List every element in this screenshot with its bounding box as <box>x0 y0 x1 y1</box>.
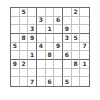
sudoku-cell-r7c1[interactable]: 9 <box>11 60 20 69</box>
sudoku-cell-r5c4[interactable]: 4 <box>37 43 46 52</box>
sudoku-cell-r4c9[interactable] <box>80 34 89 43</box>
sudoku-board: 5236319893554971869281765 <box>10 7 90 87</box>
sudoku-cell-r2c9[interactable] <box>80 17 89 26</box>
sudoku-cell-r9c1[interactable] <box>11 77 20 86</box>
sudoku-cell-r9c2[interactable] <box>20 77 29 86</box>
sudoku-cell-r6c5[interactable]: 8 <box>46 51 55 60</box>
sudoku-cell-r9c9[interactable] <box>80 77 89 86</box>
sudoku-cell-r8c5[interactable] <box>46 69 55 78</box>
sudoku-cell-r9c3[interactable]: 7 <box>28 77 37 86</box>
sudoku-cell-r9c5[interactable]: 6 <box>46 77 55 86</box>
sudoku-cell-r4c6[interactable] <box>54 34 63 43</box>
sudoku-cell-r2c4[interactable]: 3 <box>37 17 46 26</box>
sudoku-cell-r7c7[interactable] <box>63 60 72 69</box>
sudoku-cell-r9c7[interactable]: 5 <box>63 77 72 86</box>
sudoku-cell-r5c7[interactable] <box>63 43 72 52</box>
sudoku-cell-r9c8[interactable] <box>72 77 81 86</box>
sudoku-cell-r4c3[interactable]: 9 <box>28 34 37 43</box>
sudoku-cell-r1c2[interactable]: 5 <box>20 8 29 17</box>
sudoku-cell-r5c2[interactable] <box>20 43 29 52</box>
sudoku-cell-r8c6[interactable] <box>54 69 63 78</box>
sudoku-cell-r3c8[interactable] <box>72 25 81 34</box>
sudoku-cell-r7c9[interactable]: 1 <box>80 60 89 69</box>
sudoku-cell-r3c3[interactable]: 3 <box>28 25 37 34</box>
sudoku-cell-r8c7[interactable] <box>63 69 72 78</box>
sudoku-cell-r3c7[interactable]: 9 <box>63 25 72 34</box>
sudoku-cell-r2c7[interactable] <box>63 17 72 26</box>
sudoku-cell-r3c9[interactable] <box>80 25 89 34</box>
sudoku-cell-r2c3[interactable] <box>28 17 37 26</box>
sudoku-cell-r5c8[interactable] <box>72 43 81 52</box>
sudoku-cell-r6c6[interactable] <box>54 51 63 60</box>
sudoku-cell-r1c9[interactable] <box>80 8 89 17</box>
sudoku-cell-r6c8[interactable] <box>72 51 81 60</box>
sudoku-cell-r6c9[interactable] <box>80 51 89 60</box>
sudoku-cell-r2c6[interactable]: 6 <box>54 17 63 26</box>
sudoku-cell-r8c8[interactable] <box>72 69 81 78</box>
sudoku-cell-r2c5[interactable] <box>46 17 55 26</box>
sudoku-cell-r8c9[interactable] <box>80 69 89 78</box>
sudoku-cell-r3c2[interactable] <box>20 25 29 34</box>
sudoku-cell-r3c4[interactable] <box>37 25 46 34</box>
sudoku-cell-r6c3[interactable]: 1 <box>28 51 37 60</box>
sudoku-cell-r1c6[interactable] <box>54 8 63 17</box>
sudoku-cell-r7c8[interactable]: 8 <box>72 60 81 69</box>
sudoku-cell-r1c7[interactable] <box>63 8 72 17</box>
sudoku-cell-r5c9[interactable]: 7 <box>80 43 89 52</box>
sudoku-cell-r4c7[interactable]: 3 <box>63 34 72 43</box>
sudoku-cell-r7c5[interactable] <box>46 60 55 69</box>
sudoku-cell-r5c5[interactable] <box>46 43 55 52</box>
sudoku-cell-r5c6[interactable]: 9 <box>54 43 63 52</box>
sudoku-cell-r6c4[interactable] <box>37 51 46 60</box>
sudoku-cell-r3c1[interactable] <box>11 25 20 34</box>
sudoku-cell-r4c2[interactable]: 8 <box>20 34 29 43</box>
sudoku-cell-r9c4[interactable] <box>37 77 46 86</box>
sudoku-cell-r8c1[interactable] <box>11 69 20 78</box>
sudoku-cell-r1c3[interactable] <box>28 8 37 17</box>
sudoku-cell-r5c3[interactable] <box>28 43 37 52</box>
sudoku-cell-r4c4[interactable] <box>37 34 46 43</box>
sudoku-cell-r2c1[interactable] <box>11 17 20 26</box>
sudoku-cell-r3c5[interactable]: 1 <box>46 25 55 34</box>
sudoku-cell-r3c6[interactable] <box>54 25 63 34</box>
sudoku-cell-r8c4[interactable] <box>37 69 46 78</box>
sudoku-cell-r7c6[interactable] <box>54 60 63 69</box>
sudoku-cell-r6c2[interactable] <box>20 51 29 60</box>
sudoku-cell-r2c8[interactable] <box>72 17 81 26</box>
sudoku-cell-r8c2[interactable] <box>20 69 29 78</box>
sudoku-cell-r1c4[interactable] <box>37 8 46 17</box>
sudoku-cell-r5c1[interactable]: 5 <box>11 43 20 52</box>
sudoku-cell-r6c7[interactable]: 6 <box>63 51 72 60</box>
sudoku-cell-r1c1[interactable] <box>11 8 20 17</box>
sudoku-cell-r7c4[interactable] <box>37 60 46 69</box>
sudoku-cell-r4c5[interactable] <box>46 34 55 43</box>
sudoku-cell-r1c5[interactable] <box>46 8 55 17</box>
sudoku-cell-r7c2[interactable]: 2 <box>20 60 29 69</box>
sudoku-cell-r6c1[interactable] <box>11 51 20 60</box>
sudoku-cell-r1c8[interactable]: 2 <box>72 8 81 17</box>
sudoku-cell-r7c3[interactable] <box>28 60 37 69</box>
sudoku-cell-r4c1[interactable] <box>11 34 20 43</box>
sudoku-cell-r4c8[interactable]: 5 <box>72 34 81 43</box>
sudoku-cell-r8c3[interactable] <box>28 69 37 78</box>
sudoku-cell-r9c6[interactable] <box>54 77 63 86</box>
sudoku-cell-r2c2[interactable] <box>20 17 29 26</box>
